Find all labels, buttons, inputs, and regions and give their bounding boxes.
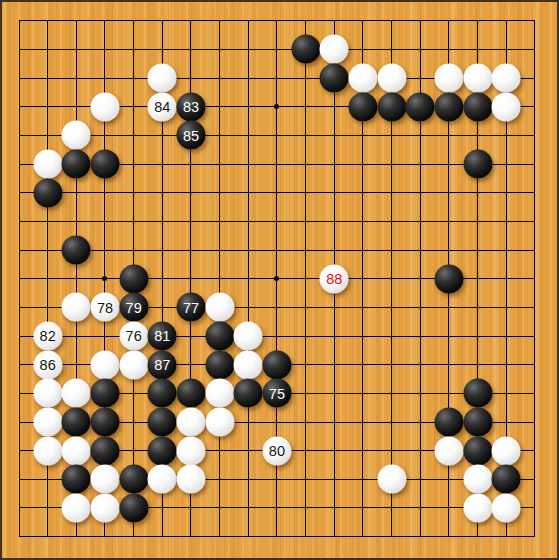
board-point-9-7[interactable] <box>263 207 292 236</box>
board-point-4-1[interactable] <box>119 35 148 64</box>
board-point-1-17[interactable] <box>33 494 62 523</box>
board-point-12-15[interactable] <box>349 436 378 465</box>
board-point-6-16[interactable] <box>177 465 206 494</box>
board-point-5-17[interactable] <box>148 494 177 523</box>
board-point-10-17[interactable] <box>291 494 320 523</box>
board-point-15-7[interactable] <box>435 207 464 236</box>
board-point-9-10[interactable] <box>263 293 292 322</box>
board-point-13-4[interactable] <box>377 121 406 150</box>
board-point-18-10[interactable] <box>521 293 550 322</box>
board-point-0-10[interactable] <box>5 293 34 322</box>
board-point-11-14[interactable] <box>320 408 349 437</box>
board-point-16-14[interactable] <box>463 408 492 437</box>
board-point-5-1[interactable] <box>148 35 177 64</box>
board-point-9-6[interactable] <box>263 178 292 207</box>
board-point-18-8[interactable] <box>521 236 550 265</box>
board-point-18-7[interactable] <box>521 207 550 236</box>
board-point-15-14[interactable] <box>435 408 464 437</box>
board-point-1-10[interactable] <box>33 293 62 322</box>
board-point-9-11[interactable] <box>263 322 292 351</box>
board-point-17-8[interactable] <box>492 236 521 265</box>
board-point-1-1[interactable] <box>33 35 62 64</box>
board-point-8-10[interactable] <box>234 293 263 322</box>
board-point-11-8[interactable] <box>320 236 349 265</box>
board-point-18-3[interactable] <box>521 92 550 121</box>
board-point-13-5[interactable] <box>377 150 406 179</box>
board-point-7-11[interactable] <box>205 322 234 351</box>
board-point-9-14[interactable] <box>263 408 292 437</box>
board-point-14-10[interactable] <box>406 293 435 322</box>
board-point-0-1[interactable] <box>5 35 34 64</box>
board-point-5-7[interactable] <box>148 207 177 236</box>
board-point-4-0[interactable] <box>119 7 148 36</box>
board-point-0-6[interactable] <box>5 178 34 207</box>
board-point-12-2[interactable] <box>349 64 378 93</box>
board-point-18-0[interactable] <box>521 7 550 36</box>
board-point-15-11[interactable] <box>435 322 464 351</box>
board-point-4-14[interactable] <box>119 408 148 437</box>
board-point-6-17[interactable] <box>177 494 206 523</box>
board-point-10-1[interactable] <box>291 35 320 64</box>
board-point-10-9[interactable] <box>291 264 320 293</box>
board-point-12-6[interactable] <box>349 178 378 207</box>
board-point-10-8[interactable] <box>291 236 320 265</box>
board-point-2-2[interactable] <box>62 64 91 93</box>
board-point-7-16[interactable] <box>205 465 234 494</box>
board-point-10-7[interactable] <box>291 207 320 236</box>
board-point-16-12[interactable] <box>463 350 492 379</box>
board-point-1-8[interactable] <box>33 236 62 265</box>
board-point-6-10[interactable]: 77 <box>177 293 206 322</box>
board-point-2-12[interactable] <box>62 350 91 379</box>
board-point-15-6[interactable] <box>435 178 464 207</box>
board-point-11-12[interactable] <box>320 350 349 379</box>
board-point-8-17[interactable] <box>234 494 263 523</box>
board-point-12-1[interactable] <box>349 35 378 64</box>
board-point-15-9[interactable] <box>435 264 464 293</box>
board-point-14-3[interactable] <box>406 92 435 121</box>
board-point-14-1[interactable] <box>406 35 435 64</box>
board-point-2-0[interactable] <box>62 7 91 36</box>
board-point-11-18[interactable] <box>320 522 349 551</box>
board-point-6-1[interactable] <box>177 35 206 64</box>
board-point-0-18[interactable] <box>5 522 34 551</box>
board-point-18-4[interactable] <box>521 121 550 150</box>
board-point-9-17[interactable] <box>263 494 292 523</box>
board-point-8-8[interactable] <box>234 236 263 265</box>
board-point-17-2[interactable] <box>492 64 521 93</box>
board-point-8-14[interactable] <box>234 408 263 437</box>
board-point-14-14[interactable] <box>406 408 435 437</box>
board-point-3-18[interactable] <box>91 522 120 551</box>
board-point-15-16[interactable] <box>435 465 464 494</box>
board-point-3-13[interactable] <box>91 379 120 408</box>
board-point-4-8[interactable] <box>119 236 148 265</box>
board-point-0-5[interactable] <box>5 150 34 179</box>
board-point-11-16[interactable] <box>320 465 349 494</box>
board-point-13-12[interactable] <box>377 350 406 379</box>
board-point-5-9[interactable] <box>148 264 177 293</box>
board-point-2-10[interactable] <box>62 293 91 322</box>
board-point-11-6[interactable] <box>320 178 349 207</box>
board-point-18-11[interactable] <box>521 322 550 351</box>
board-point-8-3[interactable] <box>234 92 263 121</box>
board-point-15-5[interactable] <box>435 150 464 179</box>
board-point-3-16[interactable] <box>91 465 120 494</box>
board-point-3-15[interactable] <box>91 436 120 465</box>
board-point-13-0[interactable] <box>377 7 406 36</box>
board-point-4-7[interactable] <box>119 207 148 236</box>
board-point-8-0[interactable] <box>234 7 263 36</box>
board-point-4-17[interactable] <box>119 494 148 523</box>
board-point-3-11[interactable] <box>91 322 120 351</box>
board-point-10-6[interactable] <box>291 178 320 207</box>
board-point-18-15[interactable] <box>521 436 550 465</box>
board-point-10-11[interactable] <box>291 322 320 351</box>
board-point-7-1[interactable] <box>205 35 234 64</box>
board-point-5-14[interactable] <box>148 408 177 437</box>
board-point-3-5[interactable] <box>91 150 120 179</box>
board-point-10-18[interactable] <box>291 522 320 551</box>
board-point-18-14[interactable] <box>521 408 550 437</box>
board-point-12-16[interactable] <box>349 465 378 494</box>
board-point-10-12[interactable] <box>291 350 320 379</box>
board-point-2-16[interactable] <box>62 465 91 494</box>
board-point-4-15[interactable] <box>119 436 148 465</box>
board-point-7-2[interactable] <box>205 64 234 93</box>
board-point-8-1[interactable] <box>234 35 263 64</box>
board-point-9-18[interactable] <box>263 522 292 551</box>
board-point-11-5[interactable] <box>320 150 349 179</box>
board-point-3-10[interactable]: 78 <box>91 293 120 322</box>
board-point-13-11[interactable] <box>377 322 406 351</box>
board-point-15-0[interactable] <box>435 7 464 36</box>
board-point-14-12[interactable] <box>406 350 435 379</box>
board-point-5-11[interactable]: 81 <box>148 322 177 351</box>
board-point-11-13[interactable] <box>320 379 349 408</box>
board-point-18-1[interactable] <box>521 35 550 64</box>
board-point-16-1[interactable] <box>463 35 492 64</box>
board-point-14-9[interactable] <box>406 264 435 293</box>
board-point-14-8[interactable] <box>406 236 435 265</box>
board-point-6-3[interactable]: 83 <box>177 92 206 121</box>
board-point-8-6[interactable] <box>234 178 263 207</box>
board-point-1-2[interactable] <box>33 64 62 93</box>
board-point-13-9[interactable] <box>377 264 406 293</box>
board-point-17-18[interactable] <box>492 522 521 551</box>
board-point-3-12[interactable] <box>91 350 120 379</box>
board-point-11-10[interactable] <box>320 293 349 322</box>
board-point-17-11[interactable] <box>492 322 521 351</box>
board-point-5-10[interactable] <box>148 293 177 322</box>
board-point-3-14[interactable] <box>91 408 120 437</box>
board-point-14-2[interactable] <box>406 64 435 93</box>
board-point-7-5[interactable] <box>205 150 234 179</box>
board-point-15-13[interactable] <box>435 379 464 408</box>
board-point-12-5[interactable] <box>349 150 378 179</box>
board-point-8-11[interactable] <box>234 322 263 351</box>
board-point-13-17[interactable] <box>377 494 406 523</box>
board-point-8-5[interactable] <box>234 150 263 179</box>
board-point-6-9[interactable] <box>177 264 206 293</box>
board-point-1-14[interactable] <box>33 408 62 437</box>
board-point-17-9[interactable] <box>492 264 521 293</box>
board-point-0-8[interactable] <box>5 236 34 265</box>
board-point-5-15[interactable] <box>148 436 177 465</box>
board-point-16-11[interactable] <box>463 322 492 351</box>
board-point-11-17[interactable] <box>320 494 349 523</box>
board-point-12-13[interactable] <box>349 379 378 408</box>
board-point-13-1[interactable] <box>377 35 406 64</box>
board-point-5-0[interactable] <box>148 7 177 36</box>
board-point-4-4[interactable] <box>119 121 148 150</box>
board-point-14-17[interactable] <box>406 494 435 523</box>
board-point-2-17[interactable] <box>62 494 91 523</box>
board-point-16-3[interactable] <box>463 92 492 121</box>
board-point-13-14[interactable] <box>377 408 406 437</box>
board-point-2-6[interactable] <box>62 178 91 207</box>
board-point-18-16[interactable] <box>521 465 550 494</box>
board-point-8-2[interactable] <box>234 64 263 93</box>
board-point-4-11[interactable]: 76 <box>119 322 148 351</box>
board-point-3-4[interactable] <box>91 121 120 150</box>
board-point-17-15[interactable] <box>492 436 521 465</box>
board-point-6-13[interactable] <box>177 379 206 408</box>
board-point-5-12[interactable]: 87 <box>148 350 177 379</box>
board-point-9-0[interactable] <box>263 7 292 36</box>
board-point-17-12[interactable] <box>492 350 521 379</box>
board-point-15-17[interactable] <box>435 494 464 523</box>
board-point-1-13[interactable] <box>33 379 62 408</box>
board-point-13-6[interactable] <box>377 178 406 207</box>
board-point-12-18[interactable] <box>349 522 378 551</box>
board-point-16-8[interactable] <box>463 236 492 265</box>
board-point-10-5[interactable] <box>291 150 320 179</box>
board-point-6-11[interactable] <box>177 322 206 351</box>
board-point-2-7[interactable] <box>62 207 91 236</box>
board-point-16-4[interactable] <box>463 121 492 150</box>
board-point-16-5[interactable] <box>463 150 492 179</box>
board-point-4-5[interactable] <box>119 150 148 179</box>
board-point-13-2[interactable] <box>377 64 406 93</box>
board-point-14-5[interactable] <box>406 150 435 179</box>
board-point-6-15[interactable] <box>177 436 206 465</box>
board-point-11-1[interactable] <box>320 35 349 64</box>
board-point-11-2[interactable] <box>320 64 349 93</box>
board-point-17-13[interactable] <box>492 379 521 408</box>
board-point-0-17[interactable] <box>5 494 34 523</box>
board-point-6-18[interactable] <box>177 522 206 551</box>
board-point-18-13[interactable] <box>521 379 550 408</box>
board-point-6-6[interactable] <box>177 178 206 207</box>
board-point-6-5[interactable] <box>177 150 206 179</box>
board-point-14-4[interactable] <box>406 121 435 150</box>
board-point-11-9[interactable]: 88 <box>320 264 349 293</box>
board-point-17-0[interactable] <box>492 7 521 36</box>
board-point-17-16[interactable] <box>492 465 521 494</box>
board-point-12-8[interactable] <box>349 236 378 265</box>
board-point-14-13[interactable] <box>406 379 435 408</box>
board-point-2-8[interactable] <box>62 236 91 265</box>
board-point-9-8[interactable] <box>263 236 292 265</box>
board-point-14-6[interactable] <box>406 178 435 207</box>
board-point-12-4[interactable] <box>349 121 378 150</box>
board-point-12-0[interactable] <box>349 7 378 36</box>
board-point-12-7[interactable] <box>349 207 378 236</box>
board-point-0-16[interactable] <box>5 465 34 494</box>
go-board[interactable]: 8483858878797782768186877580 <box>5 7 549 551</box>
board-point-8-15[interactable] <box>234 436 263 465</box>
board-point-16-16[interactable] <box>463 465 492 494</box>
board-point-10-13[interactable] <box>291 379 320 408</box>
board-point-5-2[interactable] <box>148 64 177 93</box>
board-point-10-14[interactable] <box>291 408 320 437</box>
board-point-12-17[interactable] <box>349 494 378 523</box>
board-point-3-9[interactable] <box>91 264 120 293</box>
board-point-12-12[interactable] <box>349 350 378 379</box>
board-point-3-3[interactable] <box>91 92 120 121</box>
board-point-7-15[interactable] <box>205 436 234 465</box>
board-point-13-7[interactable] <box>377 207 406 236</box>
board-point-4-18[interactable] <box>119 522 148 551</box>
board-point-8-4[interactable] <box>234 121 263 150</box>
board-point-18-12[interactable] <box>521 350 550 379</box>
board-point-13-13[interactable] <box>377 379 406 408</box>
board-point-14-18[interactable] <box>406 522 435 551</box>
board-point-15-18[interactable] <box>435 522 464 551</box>
board-point-10-0[interactable] <box>291 7 320 36</box>
board-point-7-12[interactable] <box>205 350 234 379</box>
board-point-17-14[interactable] <box>492 408 521 437</box>
board-point-17-3[interactable] <box>492 92 521 121</box>
board-point-15-12[interactable] <box>435 350 464 379</box>
board-point-8-18[interactable] <box>234 522 263 551</box>
board-point-13-15[interactable] <box>377 436 406 465</box>
board-point-10-3[interactable] <box>291 92 320 121</box>
board-point-3-2[interactable] <box>91 64 120 93</box>
board-point-12-14[interactable] <box>349 408 378 437</box>
board-point-2-4[interactable] <box>62 121 91 150</box>
board-point-9-12[interactable] <box>263 350 292 379</box>
board-point-7-0[interactable] <box>205 7 234 36</box>
board-point-18-6[interactable] <box>521 178 550 207</box>
board-point-13-18[interactable] <box>377 522 406 551</box>
board-point-6-12[interactable] <box>177 350 206 379</box>
board-point-15-8[interactable] <box>435 236 464 265</box>
board-point-8-16[interactable] <box>234 465 263 494</box>
board-point-14-16[interactable] <box>406 465 435 494</box>
board-point-1-5[interactable] <box>33 150 62 179</box>
board-point-5-6[interactable] <box>148 178 177 207</box>
board-point-10-4[interactable] <box>291 121 320 150</box>
board-point-5-18[interactable] <box>148 522 177 551</box>
board-point-9-1[interactable] <box>263 35 292 64</box>
board-point-10-15[interactable] <box>291 436 320 465</box>
board-point-1-18[interactable] <box>33 522 62 551</box>
board-point-13-16[interactable] <box>377 465 406 494</box>
board-point-8-9[interactable] <box>234 264 263 293</box>
board-point-16-10[interactable] <box>463 293 492 322</box>
board-point-6-14[interactable] <box>177 408 206 437</box>
board-point-7-10[interactable] <box>205 293 234 322</box>
board-point-9-13[interactable]: 75 <box>263 379 292 408</box>
board-point-3-7[interactable] <box>91 207 120 236</box>
board-point-2-3[interactable] <box>62 92 91 121</box>
board-point-1-0[interactable] <box>33 7 62 36</box>
board-point-1-15[interactable] <box>33 436 62 465</box>
board-point-11-4[interactable] <box>320 121 349 150</box>
board-point-6-7[interactable] <box>177 207 206 236</box>
board-point-2-1[interactable] <box>62 35 91 64</box>
board-point-18-18[interactable] <box>521 522 550 551</box>
board-point-0-7[interactable] <box>5 207 34 236</box>
board-point-7-6[interactable] <box>205 178 234 207</box>
board-point-7-13[interactable] <box>205 379 234 408</box>
board-point-17-6[interactable] <box>492 178 521 207</box>
board-point-13-8[interactable] <box>377 236 406 265</box>
board-point-0-2[interactable] <box>5 64 34 93</box>
board-point-17-7[interactable] <box>492 207 521 236</box>
board-point-10-10[interactable] <box>291 293 320 322</box>
board-point-12-11[interactable] <box>349 322 378 351</box>
board-point-0-11[interactable] <box>5 322 34 351</box>
board-point-0-9[interactable] <box>5 264 34 293</box>
board-point-1-12[interactable]: 86 <box>33 350 62 379</box>
board-point-18-5[interactable] <box>521 150 550 179</box>
board-point-3-1[interactable] <box>91 35 120 64</box>
board-point-8-13[interactable] <box>234 379 263 408</box>
board-point-0-15[interactable] <box>5 436 34 465</box>
board-point-15-15[interactable] <box>435 436 464 465</box>
board-point-11-0[interactable] <box>320 7 349 36</box>
board-point-12-3[interactable] <box>349 92 378 121</box>
board-point-7-8[interactable] <box>205 236 234 265</box>
board-point-11-15[interactable] <box>320 436 349 465</box>
board-point-1-7[interactable] <box>33 207 62 236</box>
board-point-10-16[interactable] <box>291 465 320 494</box>
board-point-2-13[interactable] <box>62 379 91 408</box>
board-point-5-4[interactable] <box>148 121 177 150</box>
board-point-0-3[interactable] <box>5 92 34 121</box>
board-point-1-6[interactable] <box>33 178 62 207</box>
board-point-4-10[interactable]: 79 <box>119 293 148 322</box>
board-point-3-0[interactable] <box>91 7 120 36</box>
board-point-0-14[interactable] <box>5 408 34 437</box>
board-point-4-3[interactable] <box>119 92 148 121</box>
board-point-6-4[interactable]: 85 <box>177 121 206 150</box>
board-point-7-7[interactable] <box>205 207 234 236</box>
board-point-12-9[interactable] <box>349 264 378 293</box>
board-point-16-15[interactable] <box>463 436 492 465</box>
board-point-2-5[interactable] <box>62 150 91 179</box>
board-point-17-1[interactable] <box>492 35 521 64</box>
board-point-6-0[interactable] <box>177 7 206 36</box>
board-point-9-2[interactable] <box>263 64 292 93</box>
board-point-16-2[interactable] <box>463 64 492 93</box>
board-point-2-18[interactable] <box>62 522 91 551</box>
board-point-7-9[interactable] <box>205 264 234 293</box>
board-point-18-2[interactable] <box>521 64 550 93</box>
board-point-0-12[interactable] <box>5 350 34 379</box>
board-point-7-18[interactable] <box>205 522 234 551</box>
board-point-5-8[interactable] <box>148 236 177 265</box>
board-point-11-7[interactable] <box>320 207 349 236</box>
board-point-15-3[interactable] <box>435 92 464 121</box>
board-point-17-5[interactable] <box>492 150 521 179</box>
board-point-8-12[interactable] <box>234 350 263 379</box>
board-point-9-15[interactable]: 80 <box>263 436 292 465</box>
board-point-9-5[interactable] <box>263 150 292 179</box>
